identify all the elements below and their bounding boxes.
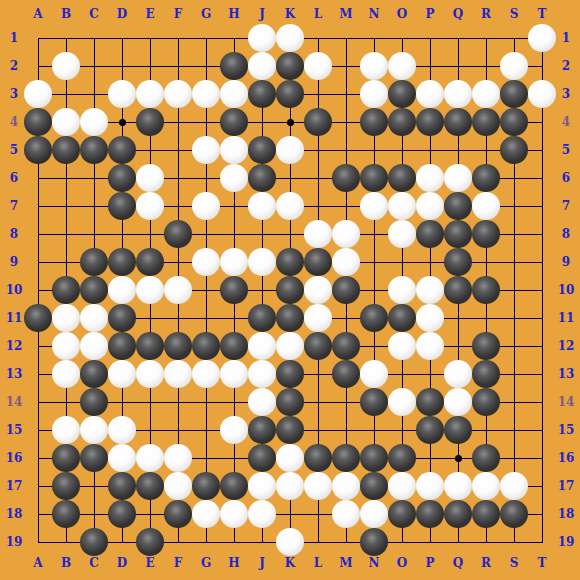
intersection-E9[interactable] [136, 248, 164, 276]
intersection-R14[interactable] [472, 388, 500, 416]
intersection-B2[interactable] [52, 52, 80, 80]
intersection-C8[interactable] [80, 220, 108, 248]
intersection-A16[interactable] [24, 444, 52, 472]
intersection-Q13[interactable] [444, 360, 472, 388]
intersection-R18[interactable] [472, 500, 500, 528]
intersection-O6[interactable] [388, 164, 416, 192]
intersection-K9[interactable] [276, 248, 304, 276]
intersection-H6[interactable] [220, 164, 248, 192]
intersection-P10[interactable] [416, 276, 444, 304]
intersection-Q14[interactable] [444, 388, 472, 416]
intersection-O2[interactable] [388, 52, 416, 80]
intersection-M8[interactable] [332, 220, 360, 248]
intersection-F5[interactable] [164, 136, 192, 164]
intersection-J10[interactable] [248, 276, 276, 304]
intersection-M5[interactable] [332, 136, 360, 164]
intersection-H3[interactable] [220, 80, 248, 108]
intersection-L18[interactable] [304, 500, 332, 528]
intersection-P13[interactable] [416, 360, 444, 388]
intersection-S8[interactable] [500, 220, 528, 248]
intersection-Q7[interactable] [444, 192, 472, 220]
intersection-K18[interactable] [276, 500, 304, 528]
intersection-B1[interactable] [52, 24, 80, 52]
intersection-C9[interactable] [80, 248, 108, 276]
intersection-O18[interactable] [388, 500, 416, 528]
intersection-C2[interactable] [80, 52, 108, 80]
intersection-C1[interactable] [80, 24, 108, 52]
intersection-T4[interactable] [528, 108, 556, 136]
intersection-R1[interactable] [472, 24, 500, 52]
intersection-M15[interactable] [332, 416, 360, 444]
intersection-G5[interactable] [192, 136, 220, 164]
intersection-R7[interactable] [472, 192, 500, 220]
intersection-E1[interactable] [136, 24, 164, 52]
intersection-R10[interactable] [472, 276, 500, 304]
intersection-C11[interactable] [80, 304, 108, 332]
intersection-P2[interactable] [416, 52, 444, 80]
intersection-P15[interactable] [416, 416, 444, 444]
intersection-B13[interactable] [52, 360, 80, 388]
intersection-A7[interactable] [24, 192, 52, 220]
intersection-N5[interactable] [360, 136, 388, 164]
intersection-H9[interactable] [220, 248, 248, 276]
intersection-H16[interactable] [220, 444, 248, 472]
intersection-F15[interactable] [164, 416, 192, 444]
intersection-J5[interactable] [248, 136, 276, 164]
intersection-T13[interactable] [528, 360, 556, 388]
intersection-B18[interactable] [52, 500, 80, 528]
intersection-K16[interactable] [276, 444, 304, 472]
intersection-R15[interactable] [472, 416, 500, 444]
intersection-N10[interactable] [360, 276, 388, 304]
intersection-M3[interactable] [332, 80, 360, 108]
intersection-H4[interactable] [220, 108, 248, 136]
intersection-G7[interactable] [192, 192, 220, 220]
intersection-P1[interactable] [416, 24, 444, 52]
intersection-Q15[interactable] [444, 416, 472, 444]
intersection-A12[interactable] [24, 332, 52, 360]
intersection-N15[interactable] [360, 416, 388, 444]
intersection-N12[interactable] [360, 332, 388, 360]
intersection-K4[interactable] [276, 108, 304, 136]
intersection-H5[interactable] [220, 136, 248, 164]
intersection-G12[interactable] [192, 332, 220, 360]
intersection-H7[interactable] [220, 192, 248, 220]
intersection-L4[interactable] [304, 108, 332, 136]
intersection-P8[interactable] [416, 220, 444, 248]
intersection-A1[interactable] [24, 24, 52, 52]
intersection-K12[interactable] [276, 332, 304, 360]
intersection-T12[interactable] [528, 332, 556, 360]
intersection-G6[interactable] [192, 164, 220, 192]
intersection-J9[interactable] [248, 248, 276, 276]
intersection-T9[interactable] [528, 248, 556, 276]
intersection-P7[interactable] [416, 192, 444, 220]
intersection-J13[interactable] [248, 360, 276, 388]
intersection-K5[interactable] [276, 136, 304, 164]
intersection-H15[interactable] [220, 416, 248, 444]
intersection-A18[interactable] [24, 500, 52, 528]
intersection-F11[interactable] [164, 304, 192, 332]
intersection-D9[interactable] [108, 248, 136, 276]
intersection-T10[interactable] [528, 276, 556, 304]
intersection-S16[interactable] [500, 444, 528, 472]
intersection-E18[interactable] [136, 500, 164, 528]
intersection-O4[interactable] [388, 108, 416, 136]
intersection-L7[interactable] [304, 192, 332, 220]
intersection-G16[interactable] [192, 444, 220, 472]
intersection-P3[interactable] [416, 80, 444, 108]
intersection-F10[interactable] [164, 276, 192, 304]
intersection-M2[interactable] [332, 52, 360, 80]
intersection-B6[interactable] [52, 164, 80, 192]
intersection-A9[interactable] [24, 248, 52, 276]
intersection-R16[interactable] [472, 444, 500, 472]
intersection-S6[interactable] [500, 164, 528, 192]
intersection-J6[interactable] [248, 164, 276, 192]
intersection-O13[interactable] [388, 360, 416, 388]
intersection-B7[interactable] [52, 192, 80, 220]
intersection-B8[interactable] [52, 220, 80, 248]
intersection-F6[interactable] [164, 164, 192, 192]
intersection-E4[interactable] [136, 108, 164, 136]
intersection-F16[interactable] [164, 444, 192, 472]
intersection-L14[interactable] [304, 388, 332, 416]
intersection-O12[interactable] [388, 332, 416, 360]
intersection-S14[interactable] [500, 388, 528, 416]
intersection-Q4[interactable] [444, 108, 472, 136]
intersection-E5[interactable] [136, 136, 164, 164]
intersection-O17[interactable] [388, 472, 416, 500]
intersection-S2[interactable] [500, 52, 528, 80]
intersection-B16[interactable] [52, 444, 80, 472]
intersection-O1[interactable] [388, 24, 416, 52]
intersection-N4[interactable] [360, 108, 388, 136]
intersection-H8[interactable] [220, 220, 248, 248]
intersection-L2[interactable] [304, 52, 332, 80]
intersection-E7[interactable] [136, 192, 164, 220]
intersection-O9[interactable] [388, 248, 416, 276]
intersection-F1[interactable] [164, 24, 192, 52]
intersection-A17[interactable] [24, 472, 52, 500]
intersection-G1[interactable] [192, 24, 220, 52]
intersection-T8[interactable] [528, 220, 556, 248]
intersection-M7[interactable] [332, 192, 360, 220]
intersection-M6[interactable] [332, 164, 360, 192]
intersection-M13[interactable] [332, 360, 360, 388]
intersection-M18[interactable] [332, 500, 360, 528]
intersection-N18[interactable] [360, 500, 388, 528]
intersection-Q17[interactable] [444, 472, 472, 500]
intersection-L10[interactable] [304, 276, 332, 304]
intersection-D2[interactable] [108, 52, 136, 80]
intersection-N11[interactable] [360, 304, 388, 332]
intersection-N3[interactable] [360, 80, 388, 108]
intersection-G15[interactable] [192, 416, 220, 444]
intersection-S9[interactable] [500, 248, 528, 276]
intersection-N2[interactable] [360, 52, 388, 80]
intersection-H11[interactable] [220, 304, 248, 332]
intersection-S7[interactable] [500, 192, 528, 220]
intersection-A2[interactable] [24, 52, 52, 80]
intersection-E2[interactable] [136, 52, 164, 80]
intersection-B10[interactable] [52, 276, 80, 304]
intersection-N9[interactable] [360, 248, 388, 276]
intersection-F8[interactable] [164, 220, 192, 248]
intersection-T2[interactable] [528, 52, 556, 80]
intersection-D14[interactable] [108, 388, 136, 416]
intersection-K11[interactable] [276, 304, 304, 332]
intersection-C10[interactable] [80, 276, 108, 304]
intersection-G8[interactable] [192, 220, 220, 248]
intersection-C14[interactable] [80, 388, 108, 416]
intersection-F18[interactable] [164, 500, 192, 528]
intersection-A14[interactable] [24, 388, 52, 416]
intersection-D8[interactable] [108, 220, 136, 248]
intersection-L6[interactable] [304, 164, 332, 192]
intersection-F3[interactable] [164, 80, 192, 108]
intersection-A6[interactable] [24, 164, 52, 192]
intersection-T17[interactable] [528, 472, 556, 500]
intersection-H17[interactable] [220, 472, 248, 500]
intersection-F9[interactable] [164, 248, 192, 276]
intersection-Q2[interactable] [444, 52, 472, 80]
intersection-Q18[interactable] [444, 500, 472, 528]
intersection-G2[interactable] [192, 52, 220, 80]
intersection-F14[interactable] [164, 388, 192, 416]
intersection-D6[interactable] [108, 164, 136, 192]
intersection-H12[interactable] [220, 332, 248, 360]
intersection-S3[interactable] [500, 80, 528, 108]
intersection-B12[interactable] [52, 332, 80, 360]
intersection-N13[interactable] [360, 360, 388, 388]
intersection-J17[interactable] [248, 472, 276, 500]
intersection-D16[interactable] [108, 444, 136, 472]
intersection-D13[interactable] [108, 360, 136, 388]
intersection-L17[interactable] [304, 472, 332, 500]
intersection-B15[interactable] [52, 416, 80, 444]
intersection-N14[interactable] [360, 388, 388, 416]
intersection-F7[interactable] [164, 192, 192, 220]
intersection-D15[interactable] [108, 416, 136, 444]
intersection-O10[interactable] [388, 276, 416, 304]
intersection-D18[interactable] [108, 500, 136, 528]
intersection-Q9[interactable] [444, 248, 472, 276]
intersection-E14[interactable] [136, 388, 164, 416]
intersection-L15[interactable] [304, 416, 332, 444]
intersection-L1[interactable] [304, 24, 332, 52]
intersection-D7[interactable] [108, 192, 136, 220]
intersection-E3[interactable] [136, 80, 164, 108]
intersection-P11[interactable] [416, 304, 444, 332]
intersection-T14[interactable] [528, 388, 556, 416]
intersection-P5[interactable] [416, 136, 444, 164]
intersection-B3[interactable] [52, 80, 80, 108]
intersection-T1[interactable] [528, 24, 556, 52]
intersection-Q1[interactable] [444, 24, 472, 52]
intersection-O8[interactable] [388, 220, 416, 248]
intersection-F13[interactable] [164, 360, 192, 388]
intersection-B9[interactable] [52, 248, 80, 276]
intersection-C16[interactable] [80, 444, 108, 472]
intersection-E15[interactable] [136, 416, 164, 444]
intersection-J3[interactable] [248, 80, 276, 108]
intersection-Q16[interactable] [444, 444, 472, 472]
intersection-M14[interactable] [332, 388, 360, 416]
intersection-R8[interactable] [472, 220, 500, 248]
intersection-J14[interactable] [248, 388, 276, 416]
intersection-G9[interactable] [192, 248, 220, 276]
intersection-E6[interactable] [136, 164, 164, 192]
intersection-R5[interactable] [472, 136, 500, 164]
intersection-E8[interactable] [136, 220, 164, 248]
intersection-J2[interactable] [248, 52, 276, 80]
intersection-H18[interactable] [220, 500, 248, 528]
intersection-O11[interactable] [388, 304, 416, 332]
intersection-M11[interactable] [332, 304, 360, 332]
intersection-A10[interactable] [24, 276, 52, 304]
intersection-S1[interactable] [500, 24, 528, 52]
intersection-A5[interactable] [24, 136, 52, 164]
intersection-L3[interactable] [304, 80, 332, 108]
intersection-K2[interactable] [276, 52, 304, 80]
intersection-D11[interactable] [108, 304, 136, 332]
intersection-S13[interactable] [500, 360, 528, 388]
intersection-Q10[interactable] [444, 276, 472, 304]
intersection-N1[interactable] [360, 24, 388, 52]
intersection-T3[interactable] [528, 80, 556, 108]
intersection-R12[interactable] [472, 332, 500, 360]
intersection-R2[interactable] [472, 52, 500, 80]
intersection-L13[interactable] [304, 360, 332, 388]
intersection-C7[interactable] [80, 192, 108, 220]
intersection-O5[interactable] [388, 136, 416, 164]
intersection-S17[interactable] [500, 472, 528, 500]
intersection-R4[interactable] [472, 108, 500, 136]
intersection-C4[interactable] [80, 108, 108, 136]
intersection-E16[interactable] [136, 444, 164, 472]
intersection-N17[interactable] [360, 472, 388, 500]
intersection-J18[interactable] [248, 500, 276, 528]
intersection-N16[interactable] [360, 444, 388, 472]
intersection-L12[interactable] [304, 332, 332, 360]
intersection-P16[interactable] [416, 444, 444, 472]
intersection-T7[interactable] [528, 192, 556, 220]
intersection-G14[interactable] [192, 388, 220, 416]
intersection-S10[interactable] [500, 276, 528, 304]
intersection-D4[interactable] [108, 108, 136, 136]
intersection-C17[interactable] [80, 472, 108, 500]
intersection-T15[interactable] [528, 416, 556, 444]
intersection-H2[interactable] [220, 52, 248, 80]
intersection-S5[interactable] [500, 136, 528, 164]
intersection-J12[interactable] [248, 332, 276, 360]
intersection-B17[interactable] [52, 472, 80, 500]
intersection-A3[interactable] [24, 80, 52, 108]
intersection-R9[interactable] [472, 248, 500, 276]
intersection-G4[interactable] [192, 108, 220, 136]
intersection-R11[interactable] [472, 304, 500, 332]
intersection-F2[interactable] [164, 52, 192, 80]
intersection-A11[interactable] [24, 304, 52, 332]
intersection-S18[interactable] [500, 500, 528, 528]
intersection-C18[interactable] [80, 500, 108, 528]
intersection-N8[interactable] [360, 220, 388, 248]
intersection-M9[interactable] [332, 248, 360, 276]
intersection-B11[interactable] [52, 304, 80, 332]
intersection-K3[interactable] [276, 80, 304, 108]
intersection-T11[interactable] [528, 304, 556, 332]
intersection-C12[interactable] [80, 332, 108, 360]
intersection-Q8[interactable] [444, 220, 472, 248]
intersection-C5[interactable] [80, 136, 108, 164]
intersection-C15[interactable] [80, 416, 108, 444]
intersection-Q12[interactable] [444, 332, 472, 360]
intersection-K8[interactable] [276, 220, 304, 248]
intersection-G13[interactable] [192, 360, 220, 388]
intersection-M16[interactable] [332, 444, 360, 472]
intersection-A4[interactable] [24, 108, 52, 136]
intersection-R3[interactable] [472, 80, 500, 108]
intersection-S4[interactable] [500, 108, 528, 136]
intersection-B14[interactable] [52, 388, 80, 416]
intersection-E10[interactable] [136, 276, 164, 304]
intersection-Q3[interactable] [444, 80, 472, 108]
intersection-M1[interactable] [332, 24, 360, 52]
intersection-Q5[interactable] [444, 136, 472, 164]
intersection-A15[interactable] [24, 416, 52, 444]
intersection-H13[interactable] [220, 360, 248, 388]
intersection-D17[interactable] [108, 472, 136, 500]
intersection-H14[interactable] [220, 388, 248, 416]
intersection-P17[interactable] [416, 472, 444, 500]
intersection-O16[interactable] [388, 444, 416, 472]
intersection-D12[interactable] [108, 332, 136, 360]
intersection-C13[interactable] [80, 360, 108, 388]
intersection-T16[interactable] [528, 444, 556, 472]
intersection-K17[interactable] [276, 472, 304, 500]
intersection-G3[interactable] [192, 80, 220, 108]
intersection-G17[interactable] [192, 472, 220, 500]
intersection-L11[interactable] [304, 304, 332, 332]
intersection-M4[interactable] [332, 108, 360, 136]
intersection-E13[interactable] [136, 360, 164, 388]
intersection-D3[interactable] [108, 80, 136, 108]
intersection-R13[interactable] [472, 360, 500, 388]
intersection-N6[interactable] [360, 164, 388, 192]
intersection-P14[interactable] [416, 388, 444, 416]
intersection-G10[interactable] [192, 276, 220, 304]
intersection-C3[interactable] [80, 80, 108, 108]
intersection-K1[interactable] [276, 24, 304, 52]
intersection-C6[interactable] [80, 164, 108, 192]
intersection-O14[interactable] [388, 388, 416, 416]
intersection-T5[interactable] [528, 136, 556, 164]
intersection-D10[interactable] [108, 276, 136, 304]
intersection-F17[interactable] [164, 472, 192, 500]
intersection-M17[interactable] [332, 472, 360, 500]
intersection-S11[interactable] [500, 304, 528, 332]
intersection-B4[interactable] [52, 108, 80, 136]
intersection-D1[interactable] [108, 24, 136, 52]
intersection-M12[interactable] [332, 332, 360, 360]
intersection-E11[interactable] [136, 304, 164, 332]
intersection-L9[interactable] [304, 248, 332, 276]
intersection-K13[interactable] [276, 360, 304, 388]
intersection-O3[interactable] [388, 80, 416, 108]
intersection-K10[interactable] [276, 276, 304, 304]
intersection-S15[interactable] [500, 416, 528, 444]
